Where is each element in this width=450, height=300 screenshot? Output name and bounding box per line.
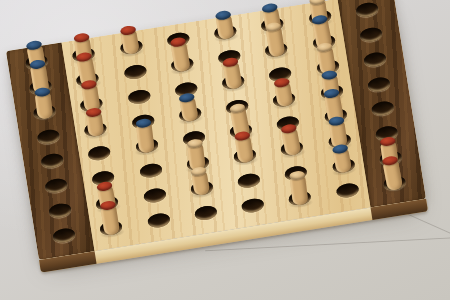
hole-r7c5[interactable] bbox=[237, 172, 261, 189]
hole-r2c8[interactable] bbox=[359, 26, 383, 43]
hole-r4c1[interactable] bbox=[36, 128, 60, 145]
hole-r3c8[interactable] bbox=[363, 51, 387, 68]
peg-red-r4c6[interactable] bbox=[274, 81, 293, 107]
hole-r4c8[interactable] bbox=[367, 76, 391, 93]
hole-r2c3[interactable] bbox=[123, 63, 147, 80]
hole-r8c5[interactable] bbox=[241, 197, 265, 214]
hole-r7c3[interactable] bbox=[143, 187, 167, 204]
hole-r3c3[interactable] bbox=[127, 88, 151, 105]
hole-r7c1[interactable] bbox=[48, 202, 72, 219]
hole-r8c4[interactable] bbox=[194, 205, 218, 222]
peg-red-r1c3[interactable] bbox=[121, 29, 140, 55]
hole-r6c3[interactable] bbox=[139, 163, 163, 180]
hole-r5c2[interactable] bbox=[88, 145, 112, 162]
hole-r6c1[interactable] bbox=[44, 177, 68, 194]
peg-blue-r1c5[interactable] bbox=[215, 15, 234, 40]
peg-red-r4c2[interactable] bbox=[86, 112, 104, 137]
peg-plain-r7c4[interactable] bbox=[191, 171, 210, 197]
peg-plain-r8c6[interactable] bbox=[289, 175, 308, 206]
peg-blue-r4c4[interactable] bbox=[179, 96, 199, 122]
hole-r5c1[interactable] bbox=[40, 153, 64, 170]
hole-r8c1[interactable] bbox=[52, 227, 76, 244]
hole-r8c3[interactable] bbox=[147, 212, 171, 229]
hole-r5c8[interactable] bbox=[371, 100, 395, 117]
peg-blue-r3c1[interactable] bbox=[34, 91, 53, 119]
hole-r1c8[interactable] bbox=[355, 1, 379, 18]
peg-blue-r7c7[interactable] bbox=[333, 148, 353, 174]
hole-r8c7[interactable] bbox=[335, 182, 359, 199]
